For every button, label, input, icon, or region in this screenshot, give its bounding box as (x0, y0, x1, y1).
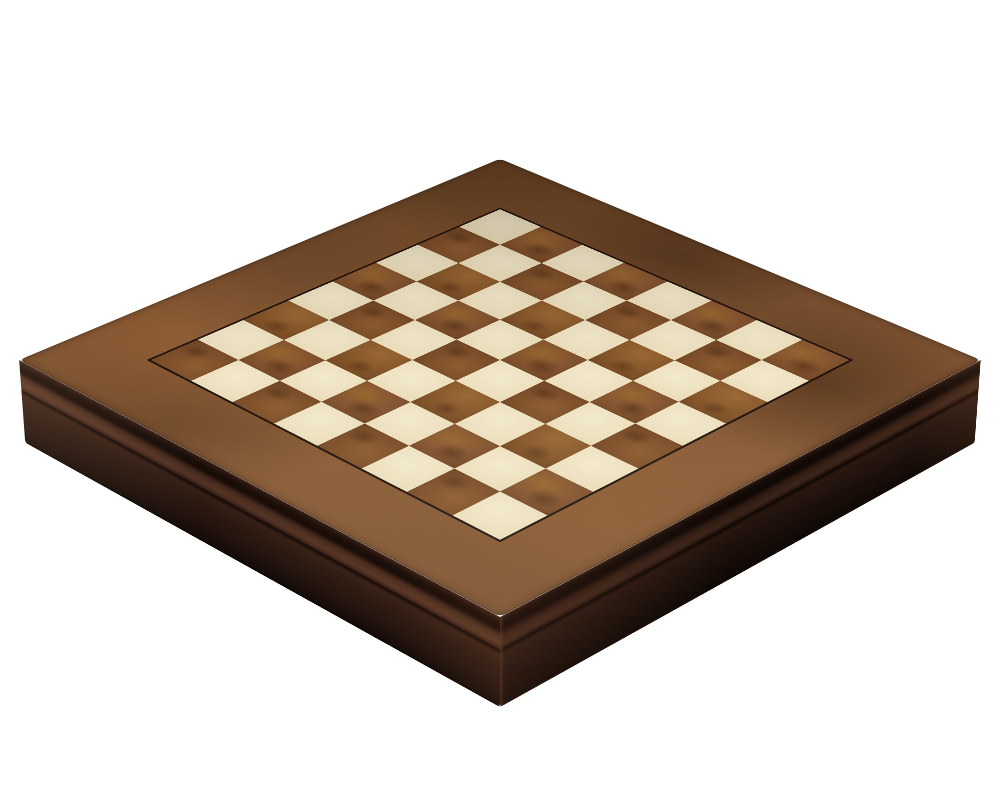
board-frame (19, 159, 981, 617)
square-c1 (232, 381, 321, 424)
square-g5 (589, 381, 678, 424)
square-e2 (365, 402, 455, 446)
square-c2 (279, 360, 367, 402)
square-g2 (454, 446, 546, 492)
square-f3 (455, 402, 545, 446)
square-e1 (317, 424, 408, 469)
square-f4 (500, 381, 589, 424)
square-g3 (500, 424, 591, 469)
square-g1 (406, 468, 500, 515)
square-f1 (361, 446, 453, 492)
square-f2 (409, 424, 500, 469)
square-d2 (321, 381, 410, 424)
square-g6 (632, 360, 720, 402)
square-h6 (679, 381, 768, 424)
square-h4 (591, 424, 682, 469)
chessboard-product-photo (0, 0, 1000, 800)
square-h5 (635, 402, 725, 446)
square-b1 (191, 360, 279, 402)
square-e4 (456, 360, 544, 402)
board-scene (160, 20, 840, 700)
square-d3 (368, 360, 456, 402)
square-h7 (721, 360, 809, 402)
square-g4 (545, 402, 635, 446)
square-h3 (546, 446, 638, 492)
square-h1 (453, 492, 548, 540)
square-d1 (274, 402, 364, 446)
square-e3 (411, 381, 500, 424)
square-h2 (500, 468, 594, 515)
square-f5 (544, 360, 632, 402)
chess-board (19, 159, 981, 617)
